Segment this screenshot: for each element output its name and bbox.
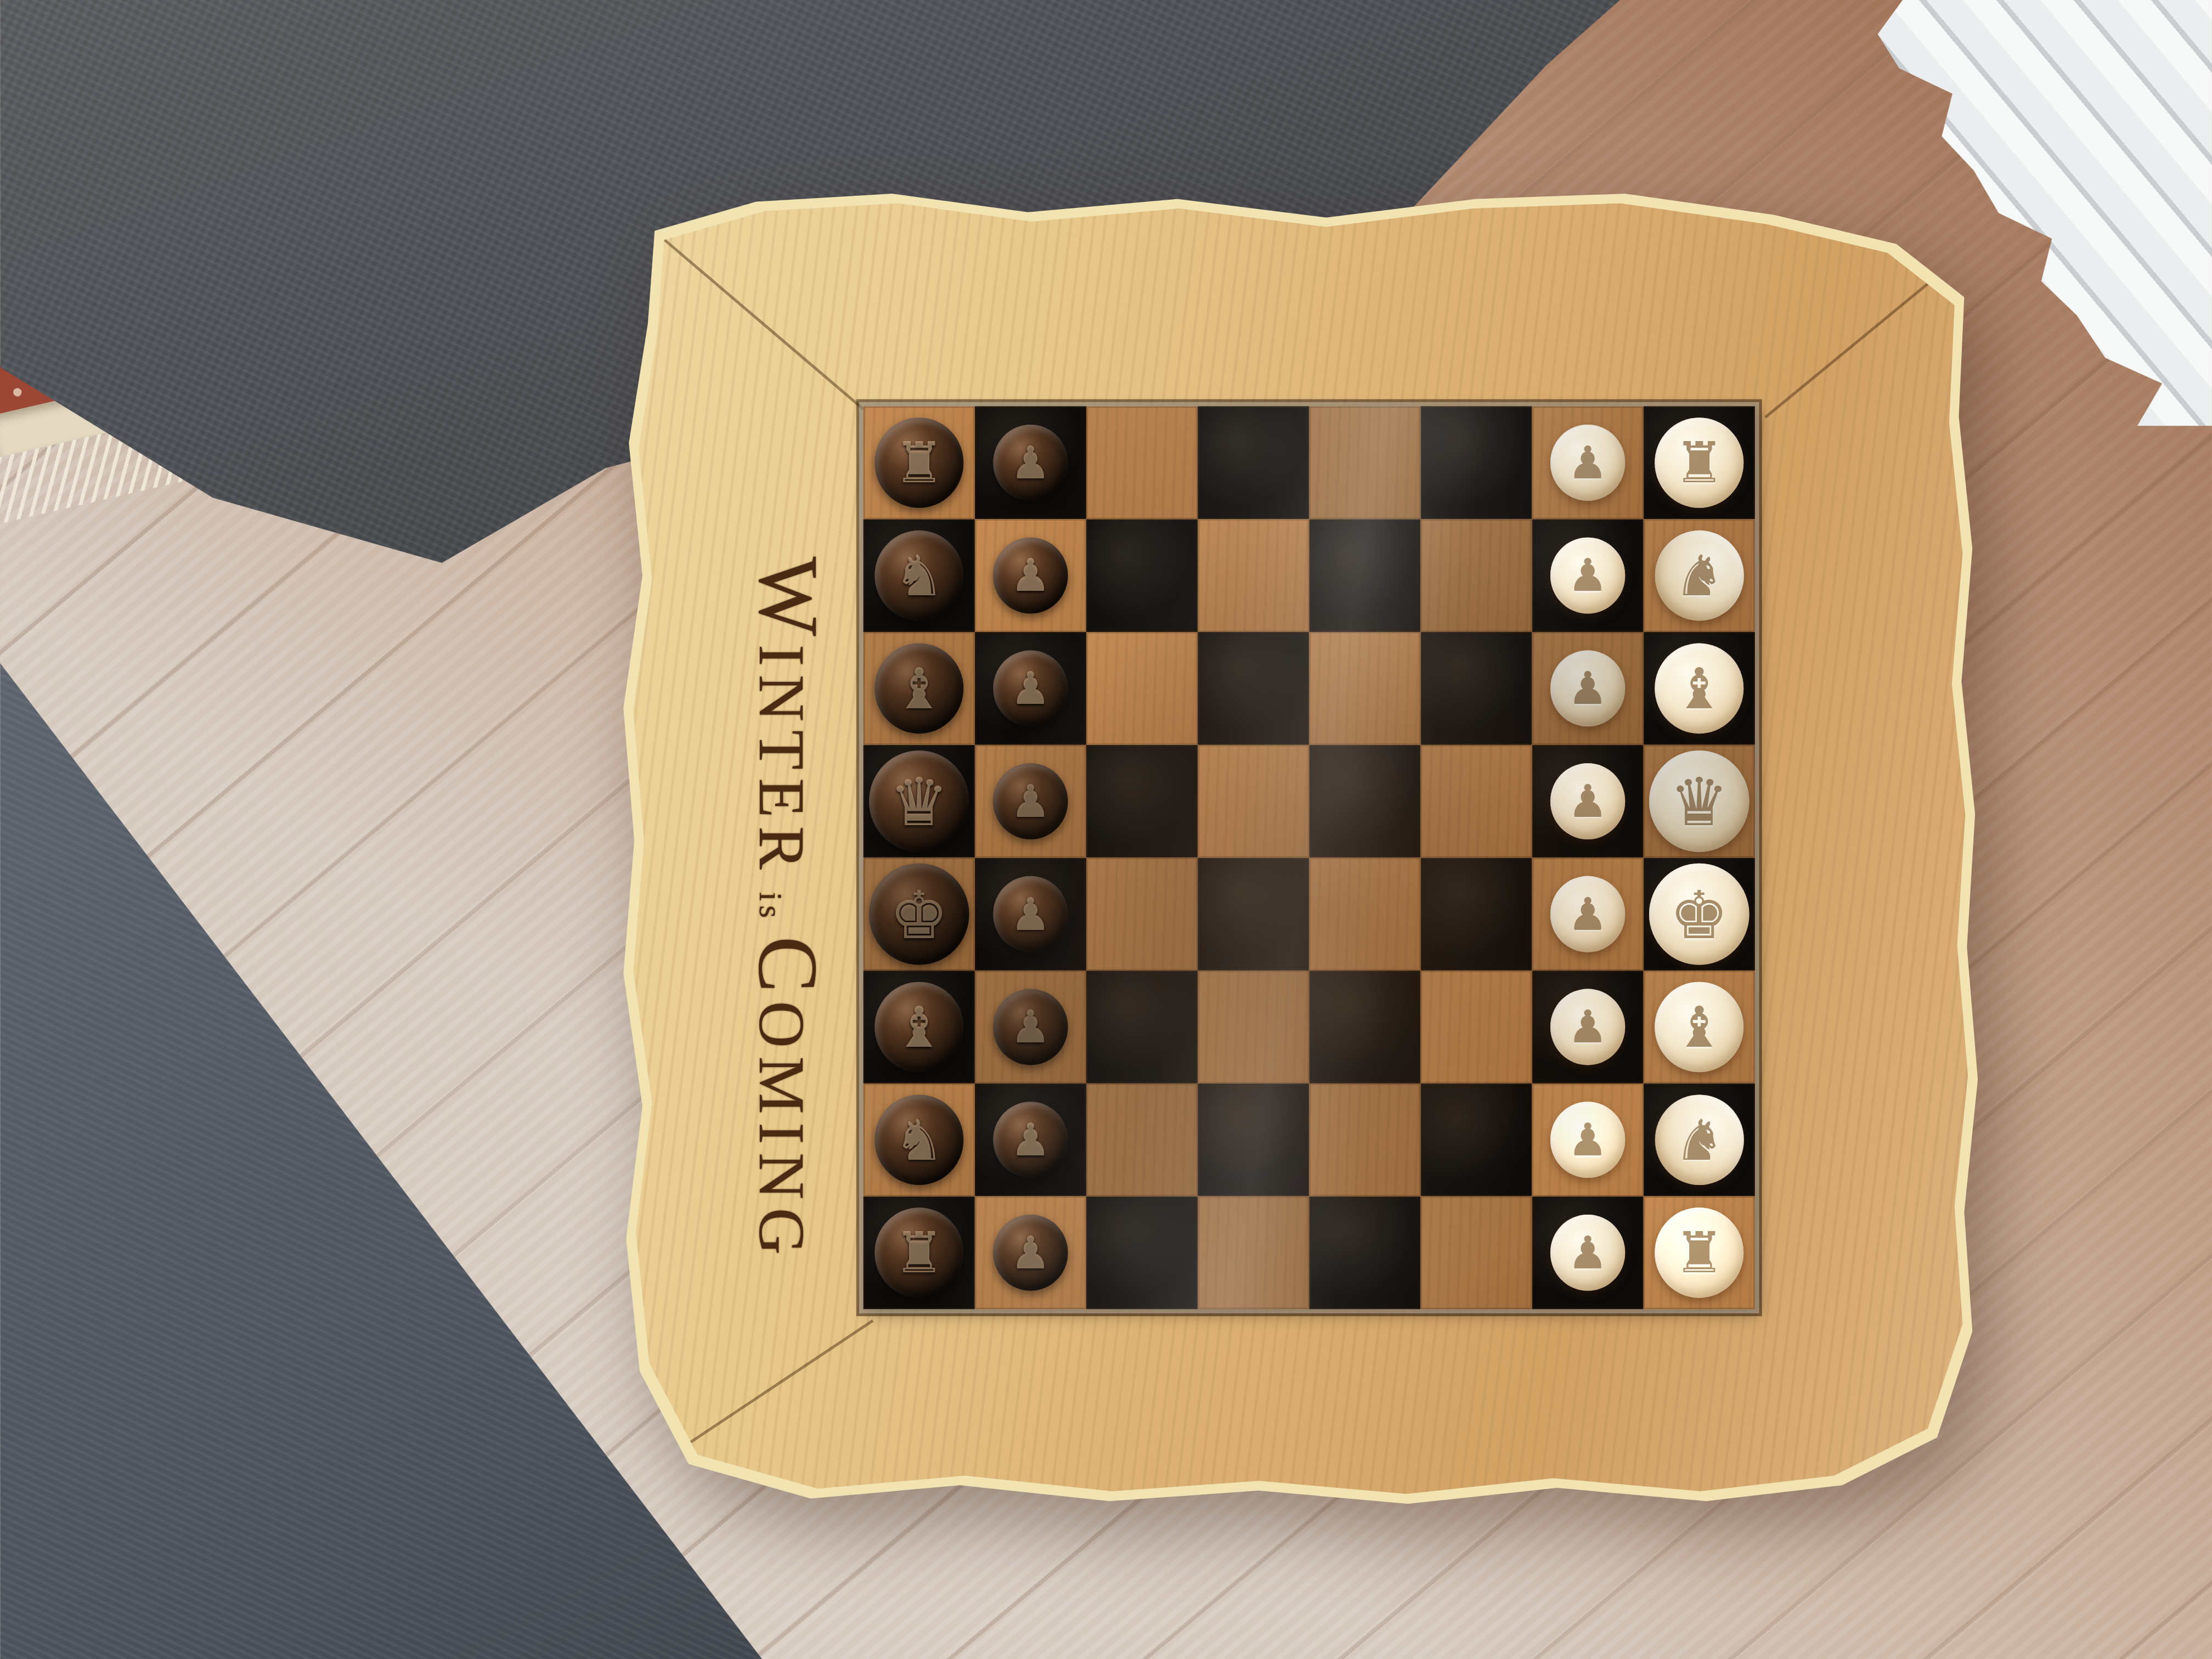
- white-bishop: ♝: [1655, 982, 1743, 1073]
- white-pawn: ♟: [1550, 537, 1626, 614]
- chessboard: ♜♟♟♜♞♟♟♞♝♟♟♝♛♟♟♛♚♟♟♚♝♟♟♝♞♟♟♞♜♟♟♜: [864, 407, 1755, 1310]
- white-pawn: ♟: [1550, 876, 1626, 952]
- square-c1: ♝: [1644, 632, 1755, 745]
- black-queen: ♛: [869, 751, 969, 852]
- white-rook: ♜: [1655, 1207, 1743, 1298]
- square-b5: [1198, 519, 1309, 632]
- white-rook: ♜: [1655, 417, 1743, 508]
- black-bishop: ♝: [874, 644, 963, 734]
- living-room-scene: WinterisComing ♜♟♟♜♞♟♟♞♝♟♟♝♛♟♟♛♚♟♟♚♝♟♟♝♞…: [0, 0, 2212, 1659]
- black-knight: ♞: [874, 1094, 963, 1185]
- square-c2: ♟: [1532, 632, 1644, 745]
- chess-table: WinterisComing ♜♟♟♜♞♟♟♞♝♟♟♝♛♟♟♛♚♟♟♚♝♟♟♝♞…: [620, 178, 1978, 1504]
- square-b6: [1086, 519, 1198, 632]
- square-a4: [1309, 407, 1420, 520]
- square-c3: [1420, 632, 1532, 745]
- square-g3: [1420, 1084, 1532, 1197]
- white-pawn: ♟: [1550, 763, 1626, 840]
- square-d1: ♛: [1644, 745, 1755, 858]
- square-h2: ♟: [1532, 1197, 1644, 1310]
- miter-seam-top-left: [663, 239, 873, 418]
- white-knight: ♞: [1655, 1094, 1743, 1185]
- engraving-word-winter: Winter: [738, 556, 836, 878]
- square-d4: [1309, 745, 1420, 858]
- square-a8: ♜: [864, 407, 975, 520]
- square-d2: ♟: [1532, 745, 1644, 858]
- square-e6: [1086, 857, 1198, 970]
- winter-is-coming-engraving: WinterisComing: [738, 556, 836, 1263]
- square-g8: ♞: [864, 1084, 975, 1197]
- square-h3: [1420, 1197, 1532, 1310]
- square-a7: ♟: [975, 407, 1086, 520]
- square-f6: [1086, 970, 1198, 1084]
- square-c6: [1086, 632, 1198, 745]
- square-f5: [1198, 970, 1309, 1084]
- square-f2: ♟: [1532, 970, 1644, 1084]
- black-pawn: ♟: [992, 424, 1068, 501]
- square-f4: [1309, 970, 1420, 1084]
- square-a5: [1198, 407, 1309, 520]
- black-pawn: ♟: [992, 989, 1068, 1065]
- square-d8: ♛: [864, 745, 975, 858]
- square-h5: [1198, 1197, 1309, 1310]
- square-h8: ♜: [864, 1197, 975, 1310]
- white-bishop: ♝: [1655, 644, 1743, 734]
- square-b4: [1309, 519, 1420, 632]
- black-bishop: ♝: [874, 982, 963, 1073]
- square-e1: ♚: [1644, 857, 1755, 970]
- square-b2: ♟: [1532, 519, 1644, 632]
- square-e4: [1309, 857, 1420, 970]
- square-e7: ♟: [975, 857, 1086, 970]
- engraving-word-is: is: [751, 892, 788, 922]
- square-f3: [1420, 970, 1532, 1084]
- black-rook: ♜: [874, 417, 963, 508]
- square-f8: ♝: [864, 970, 975, 1084]
- square-b3: [1420, 519, 1532, 632]
- white-pawn: ♟: [1550, 1102, 1626, 1178]
- square-c8: ♝: [864, 632, 975, 745]
- white-queen: ♛: [1649, 751, 1750, 852]
- square-g1: ♞: [1644, 1084, 1755, 1197]
- square-b1: ♞: [1644, 519, 1755, 632]
- square-c7: ♟: [975, 632, 1086, 745]
- photo: WinterisComing ♜♟♟♜♞♟♟♞♝♟♟♝♛♟♟♛♚♟♟♚♝♟♟♝♞…: [0, 0, 2212, 1659]
- black-knight: ♞: [874, 531, 963, 621]
- black-pawn: ♟: [992, 650, 1068, 727]
- white-king: ♚: [1649, 864, 1750, 965]
- black-pawn: ♟: [992, 1214, 1068, 1291]
- square-d6: [1086, 745, 1198, 858]
- square-g2: ♟: [1532, 1084, 1644, 1197]
- square-a3: [1420, 407, 1532, 520]
- square-h6: [1086, 1197, 1198, 1310]
- square-d3: [1420, 745, 1532, 858]
- black-pawn: ♟: [992, 876, 1068, 952]
- square-d5: [1198, 745, 1309, 858]
- square-h1: ♜: [1644, 1197, 1755, 1310]
- black-pawn: ♟: [992, 763, 1068, 840]
- black-rook: ♜: [874, 1207, 963, 1298]
- square-f7: ♟: [975, 970, 1086, 1084]
- square-g7: ♟: [975, 1084, 1086, 1197]
- square-b7: ♟: [975, 519, 1086, 632]
- engraving-word-coming: Coming: [738, 936, 836, 1263]
- square-e3: [1420, 857, 1532, 970]
- square-g6: [1086, 1084, 1198, 1197]
- white-pawn: ♟: [1550, 1214, 1626, 1291]
- square-b8: ♞: [864, 519, 975, 632]
- black-pawn: ♟: [992, 1102, 1068, 1178]
- square-h4: [1309, 1197, 1420, 1310]
- white-pawn: ♟: [1550, 989, 1626, 1065]
- square-g4: [1309, 1084, 1420, 1197]
- miter-seam-top-right: [1764, 261, 1955, 418]
- black-king: ♚: [869, 864, 969, 965]
- miter-seam-bottom-left: [661, 1319, 874, 1463]
- square-g5: [1198, 1084, 1309, 1197]
- white-knight: ♞: [1655, 531, 1743, 621]
- square-f1: ♝: [1644, 970, 1755, 1084]
- square-a1: ♜: [1644, 407, 1755, 520]
- square-c5: [1198, 632, 1309, 745]
- square-d7: ♟: [975, 745, 1086, 858]
- white-pawn: ♟: [1550, 424, 1626, 501]
- square-h7: ♟: [975, 1197, 1086, 1310]
- square-e2: ♟: [1532, 857, 1644, 970]
- square-a6: [1086, 407, 1198, 520]
- black-pawn: ♟: [992, 537, 1068, 614]
- square-e5: [1198, 857, 1309, 970]
- square-e8: ♚: [864, 857, 975, 970]
- square-a2: ♟: [1532, 407, 1644, 520]
- square-c4: [1309, 632, 1420, 745]
- white-pawn: ♟: [1550, 650, 1626, 727]
